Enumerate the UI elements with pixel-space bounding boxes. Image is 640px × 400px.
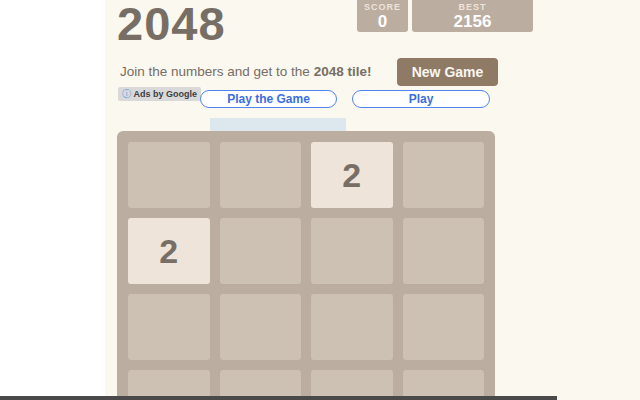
best-value: 2156 (412, 12, 533, 31)
game-page: 2048 SCORE 0 BEST 2156 Join the numbers … (105, 0, 640, 400)
board[interactable]: 22 (117, 131, 495, 400)
score-label: SCORE (357, 3, 408, 12)
board-cell-empty (311, 218, 393, 284)
page: { "game": "2048", "position": { "grid": … (0, 0, 640, 400)
board-cell-empty (128, 142, 210, 208)
page-bottom-divider (0, 396, 557, 400)
board-cell-empty (403, 218, 485, 284)
board-cell-empty (220, 294, 302, 360)
intro-text-goal: 2048 tile! (314, 64, 372, 79)
board-cell-empty (220, 142, 302, 208)
best-score-box: BEST 2156 (412, 0, 533, 32)
tile-2: 2 (128, 218, 210, 284)
score-box: SCORE 0 (357, 0, 408, 32)
board-cell-empty (128, 294, 210, 360)
play-button[interactable]: Play (352, 90, 490, 108)
board-cell-empty (403, 142, 485, 208)
ad-overlay-placeholder (210, 118, 346, 131)
ad-info-icon: ⓘ (122, 87, 132, 101)
ads-by-google-badge[interactable]: ⓘAds by Google (118, 87, 201, 101)
page-title: 2048 (117, 0, 226, 51)
board-cell-empty (311, 294, 393, 360)
board-cell-empty (220, 218, 302, 284)
ads-badge-label: Ads by Google (134, 89, 198, 99)
tile-2: 2 (311, 142, 393, 208)
play-the-game-button[interactable]: Play the Game (200, 90, 337, 108)
board-cell-empty (403, 294, 485, 360)
new-game-button[interactable]: New Game (397, 58, 498, 86)
score-value: 0 (357, 12, 408, 31)
intro-text: Join the numbers and get to the 2048 til… (120, 63, 371, 80)
intro-text-prefix: Join the numbers and get to the (120, 64, 314, 79)
best-label: BEST (412, 3, 533, 12)
